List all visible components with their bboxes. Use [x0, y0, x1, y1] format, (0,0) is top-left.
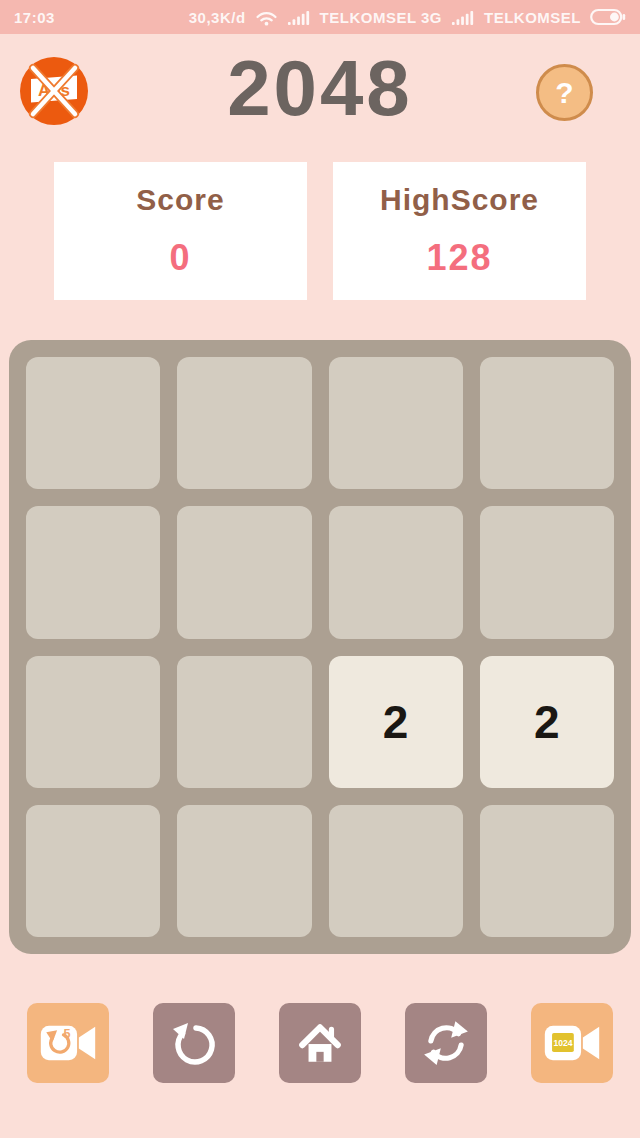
- toolbar: 5: [0, 1003, 640, 1083]
- restart-button[interactable]: [405, 1003, 487, 1083]
- status-bar: 17:03 30,3K/d TELKOMSEL 3G: [0, 0, 640, 34]
- camera-1024-icon: 1024: [543, 1021, 601, 1065]
- svg-text:1024: 1024: [553, 1038, 572, 1048]
- board-cell: [329, 805, 463, 937]
- game-board[interactable]: 22: [9, 340, 631, 954]
- svg-text:5: 5: [64, 1027, 71, 1041]
- board-cell: [480, 805, 614, 937]
- app-screen: 17:03 30,3K/d TELKOMSEL 3G: [0, 0, 640, 1138]
- question-mark-icon: ?: [555, 76, 573, 110]
- battery-icon: [590, 8, 626, 26]
- tile-2: 2: [480, 656, 614, 788]
- board-cell: [26, 805, 160, 937]
- network-label: TELKOMSEL 3G: [320, 9, 442, 26]
- board-cell: [177, 805, 311, 937]
- board-cell: [480, 506, 614, 638]
- reward-1024-video-button[interactable]: 1024: [531, 1003, 613, 1083]
- carrier-label: TELKOMSEL: [484, 9, 581, 26]
- wifi-icon: [255, 9, 278, 26]
- data-usage-label: 30,3K/d: [189, 9, 246, 26]
- undo-icon: [170, 1019, 218, 1067]
- score-label: Score: [136, 183, 224, 217]
- score-panel: Score 0 HighScore 128: [0, 162, 640, 300]
- board-cell: [329, 357, 463, 489]
- board-cell: [329, 506, 463, 638]
- board-cell: [26, 357, 160, 489]
- help-button[interactable]: ?: [536, 64, 593, 121]
- signal-strength-icon: [287, 9, 311, 26]
- board-cell: [26, 506, 160, 638]
- board-cell: [177, 656, 311, 788]
- refresh-icon: [421, 1018, 471, 1068]
- rewind-5-video-button[interactable]: 5: [27, 1003, 109, 1083]
- clock: 17:03: [14, 9, 55, 26]
- header: Ads 2048 ?: [0, 34, 640, 142]
- signal-strength-icon: [451, 9, 475, 26]
- board-cell: [177, 506, 311, 638]
- score-value: 0: [169, 237, 191, 279]
- highscore-value: 128: [426, 237, 492, 279]
- tile-2: 2: [329, 656, 463, 788]
- board-cell: [26, 656, 160, 788]
- home-button[interactable]: [279, 1003, 361, 1083]
- status-indicators: 30,3K/d TELKOMSEL 3G: [189, 8, 626, 26]
- undo-button[interactable]: [153, 1003, 235, 1083]
- board-cell: [177, 357, 311, 489]
- highscore-label: HighScore: [380, 183, 539, 217]
- highscore-box: HighScore 128: [333, 162, 586, 300]
- board-cell: [480, 357, 614, 489]
- score-box: Score 0: [54, 162, 307, 300]
- home-icon: [295, 1018, 345, 1068]
- camera-rewind-icon: 5: [39, 1021, 97, 1065]
